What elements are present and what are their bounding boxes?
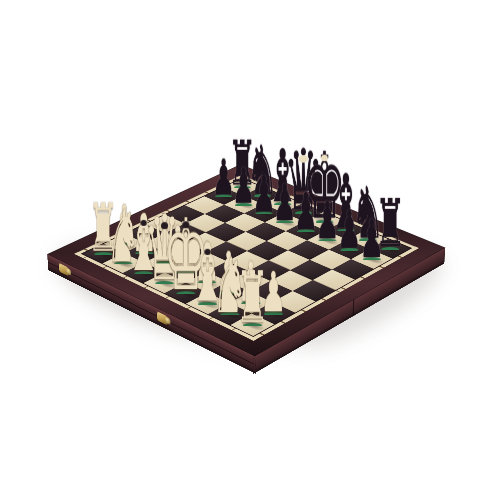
product-photo-stage: ♜♞♝♛♚♝♞♜♟♟♟♟♟♟♟♟♟♟♟♟♟♟♟♟♜♞♝♛♚♝♞♜ bbox=[0, 0, 500, 500]
white-rook-icon: ♜ bbox=[236, 262, 269, 333]
brass-latch-left bbox=[59, 263, 69, 276]
black-pawn-icon: ♟ bbox=[315, 195, 339, 246]
black-pawn-icon: ♟ bbox=[273, 177, 297, 227]
piece-layer: ♜♞♝♛♚♝♞♜♟♟♟♟♟♟♟♟♟♟♟♟♟♟♟♟♜♞♝♛♚♝♞♜ bbox=[47, 164, 446, 356]
finial-tip bbox=[321, 154, 328, 161]
black-pawn-icon: ♟ bbox=[337, 204, 361, 256]
black-pawn-icon: ♟ bbox=[294, 186, 318, 237]
finial-tip bbox=[204, 249, 210, 255]
scene: ♜♞♝♛♚♝♞♜♟♟♟♟♟♟♟♟♟♟♟♟♟♟♟♟♜♞♝♛♚♝♞♜ bbox=[0, 0, 500, 500]
black-pawn-icon: ♟ bbox=[359, 213, 383, 265]
right-edge-fold-seam bbox=[353, 299, 355, 317]
chess-board: ♜♞♝♛♚♝♞♜♟♟♟♟♟♟♟♟♟♟♟♟♟♟♟♟♜♞♝♛♚♝♞♜ bbox=[47, 164, 446, 356]
brass-latch-right bbox=[157, 311, 168, 325]
